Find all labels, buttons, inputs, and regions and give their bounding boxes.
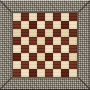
board-square-f3[interactable] <box>53 53 61 61</box>
corner-miter-bottom-left <box>0 77 12 90</box>
board-frame <box>0 0 90 90</box>
board-square-b5[interactable] <box>21 37 29 45</box>
board-square-h6[interactable] <box>69 29 77 37</box>
board-square-h3[interactable] <box>69 53 77 61</box>
board-square-c4[interactable] <box>29 45 37 53</box>
board-square-b1[interactable] <box>21 69 29 77</box>
board-square-c1[interactable] <box>29 69 37 77</box>
board-square-c5[interactable] <box>29 37 37 45</box>
corner-miter-bottom-right <box>78 77 90 90</box>
board-square-f4[interactable] <box>53 45 61 53</box>
corner-miter-top-left <box>0 0 12 13</box>
board-square-c3[interactable] <box>29 53 37 61</box>
board-square-d6[interactable] <box>37 29 45 37</box>
board-square-c2[interactable] <box>29 61 37 69</box>
board-square-f8[interactable] <box>53 13 61 21</box>
board-square-g6[interactable] <box>61 29 69 37</box>
board-square-a2[interactable] <box>13 61 21 69</box>
board-square-g7[interactable] <box>61 21 69 29</box>
board-square-d1[interactable] <box>37 69 45 77</box>
board-square-f2[interactable] <box>53 61 61 69</box>
board-square-g4[interactable] <box>61 45 69 53</box>
board-square-d2[interactable] <box>37 61 45 69</box>
board-square-a5[interactable] <box>13 37 21 45</box>
board-square-f5[interactable] <box>53 37 61 45</box>
board-square-g1[interactable] <box>61 69 69 77</box>
board-square-e4[interactable] <box>45 45 53 53</box>
board-square-b8[interactable] <box>21 13 29 21</box>
corner-miter-top-right <box>78 0 90 13</box>
board-square-d3[interactable] <box>37 53 45 61</box>
board-square-b7[interactable] <box>21 21 29 29</box>
board-square-a1[interactable] <box>13 69 21 77</box>
board-square-g2[interactable] <box>61 61 69 69</box>
board-square-h5[interactable] <box>69 37 77 45</box>
board-square-e8[interactable] <box>45 13 53 21</box>
board-square-e7[interactable] <box>45 21 53 29</box>
board-square-g3[interactable] <box>61 53 69 61</box>
board-square-h7[interactable] <box>69 21 77 29</box>
board-square-h8[interactable] <box>69 13 77 21</box>
board-square-c8[interactable] <box>29 13 37 21</box>
board-square-b4[interactable] <box>21 45 29 53</box>
board-square-e1[interactable] <box>45 69 53 77</box>
board-square-f6[interactable] <box>53 29 61 37</box>
board-square-h2[interactable] <box>69 61 77 69</box>
board-square-f1[interactable] <box>53 69 61 77</box>
board-square-c6[interactable] <box>29 29 37 37</box>
board-square-e2[interactable] <box>45 61 53 69</box>
board-square-b3[interactable] <box>21 53 29 61</box>
board-square-d7[interactable] <box>37 21 45 29</box>
board-square-e5[interactable] <box>45 37 53 45</box>
board-square-e3[interactable] <box>45 53 53 61</box>
board-square-a4[interactable] <box>13 45 21 53</box>
board-square-g8[interactable] <box>61 13 69 21</box>
board-square-b2[interactable] <box>21 61 29 69</box>
board-square-h1[interactable] <box>69 69 77 77</box>
board-square-d8[interactable] <box>37 13 45 21</box>
board-square-c7[interactable] <box>29 21 37 29</box>
board-square-g5[interactable] <box>61 37 69 45</box>
board-square-a7[interactable] <box>13 21 21 29</box>
board-square-d5[interactable] <box>37 37 45 45</box>
board-square-a8[interactable] <box>13 13 21 21</box>
chess-board <box>12 12 78 78</box>
board-square-d4[interactable] <box>37 45 45 53</box>
board-square-a3[interactable] <box>13 53 21 61</box>
board-square-a6[interactable] <box>13 29 21 37</box>
board-square-b6[interactable] <box>21 29 29 37</box>
board-square-e6[interactable] <box>45 29 53 37</box>
board-square-h4[interactable] <box>69 45 77 53</box>
board-square-f7[interactable] <box>53 21 61 29</box>
